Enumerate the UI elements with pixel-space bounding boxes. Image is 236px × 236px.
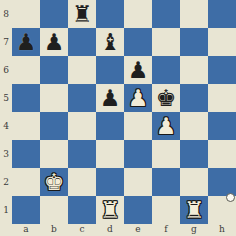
square-b4[interactable] — [40, 112, 68, 140]
square-g7[interactable] — [180, 28, 208, 56]
square-a2[interactable] — [12, 168, 40, 196]
square-b5[interactable] — [40, 84, 68, 112]
square-e2[interactable] — [124, 168, 152, 196]
square-e8[interactable] — [124, 0, 152, 28]
square-h2[interactable] — [208, 168, 236, 196]
square-e5[interactable]: ♟ — [124, 84, 152, 112]
square-g8[interactable] — [180, 0, 208, 28]
file-label-d: d — [96, 224, 124, 236]
white-king[interactable]: ♚ — [44, 169, 65, 195]
square-a1[interactable] — [12, 196, 40, 224]
square-d7[interactable]: ♝ — [96, 28, 124, 56]
file-label-g: g — [180, 224, 208, 236]
square-d8[interactable] — [96, 0, 124, 28]
square-b8[interactable] — [40, 0, 68, 28]
rank-label-6: 6 — [0, 56, 12, 84]
square-h3[interactable] — [208, 140, 236, 168]
square-a5[interactable] — [12, 84, 40, 112]
file-label-f: f — [152, 224, 180, 236]
rank-label-3: 3 — [0, 140, 12, 168]
square-c1[interactable] — [68, 196, 96, 224]
black-pawn[interactable]: ♟ — [128, 57, 149, 83]
square-f7[interactable] — [152, 28, 180, 56]
square-h5[interactable] — [208, 84, 236, 112]
square-a8[interactable] — [12, 0, 40, 28]
file-label-a: a — [12, 224, 40, 236]
square-f2[interactable] — [152, 168, 180, 196]
square-e7[interactable] — [124, 28, 152, 56]
square-d1[interactable]: ♜ — [96, 196, 124, 224]
square-f3[interactable] — [152, 140, 180, 168]
square-g2[interactable] — [180, 168, 208, 196]
square-f4[interactable]: ♟ — [152, 112, 180, 140]
black-bishop[interactable]: ♝ — [100, 29, 121, 55]
square-c8[interactable]: ♜ — [68, 0, 96, 28]
rank-label-5: 5 — [0, 84, 12, 112]
black-king[interactable]: ♚ — [156, 85, 177, 111]
square-c4[interactable] — [68, 112, 96, 140]
square-g6[interactable] — [180, 56, 208, 84]
square-e4[interactable] — [124, 112, 152, 140]
square-f8[interactable] — [152, 0, 180, 28]
square-f1[interactable] — [152, 196, 180, 224]
square-e6[interactable]: ♟ — [124, 56, 152, 84]
rank-label-2: 2 — [0, 168, 12, 196]
chess-board: 8♜7♟♟♝6♟5♟♟♚4♟32♚1♜♜abcdefgh — [0, 0, 236, 236]
square-h8[interactable] — [208, 0, 236, 28]
square-e3[interactable] — [124, 140, 152, 168]
rank-label-7: 7 — [0, 28, 12, 56]
square-a6[interactable] — [12, 56, 40, 84]
square-f6[interactable] — [152, 56, 180, 84]
file-label-c: c — [68, 224, 96, 236]
square-h6[interactable] — [208, 56, 236, 84]
white-pawn[interactable]: ♟ — [128, 85, 149, 111]
rank-label-1: 1 — [0, 196, 12, 224]
square-d4[interactable] — [96, 112, 124, 140]
file-label-b: b — [40, 224, 68, 236]
square-h7[interactable] — [208, 28, 236, 56]
black-pawn[interactable]: ♟ — [44, 29, 65, 55]
square-d2[interactable] — [96, 168, 124, 196]
square-b6[interactable] — [40, 56, 68, 84]
square-b3[interactable] — [40, 140, 68, 168]
side-to-move-indicator — [226, 193, 235, 202]
file-label-e: e — [124, 224, 152, 236]
black-pawn[interactable]: ♟ — [16, 29, 37, 55]
rank-label-8: 8 — [0, 0, 12, 28]
square-h4[interactable] — [208, 112, 236, 140]
white-pawn[interactable]: ♟ — [156, 113, 177, 139]
square-c7[interactable] — [68, 28, 96, 56]
square-b2[interactable]: ♚ — [40, 168, 68, 196]
black-pawn[interactable]: ♟ — [100, 85, 121, 111]
square-a7[interactable]: ♟ — [12, 28, 40, 56]
square-c6[interactable] — [68, 56, 96, 84]
square-c2[interactable] — [68, 168, 96, 196]
white-rook[interactable]: ♜ — [184, 197, 205, 223]
square-g3[interactable] — [180, 140, 208, 168]
square-b1[interactable] — [40, 196, 68, 224]
square-g5[interactable] — [180, 84, 208, 112]
square-d5[interactable]: ♟ — [96, 84, 124, 112]
file-label-h: h — [208, 224, 236, 236]
rank-label-4: 4 — [0, 112, 12, 140]
square-b7[interactable]: ♟ — [40, 28, 68, 56]
square-c3[interactable] — [68, 140, 96, 168]
chess-position-diagram: 8♜7♟♟♝6♟5♟♟♚4♟32♚1♜♜abcdefgh — [0, 0, 236, 236]
square-e1[interactable] — [124, 196, 152, 224]
square-c5[interactable] — [68, 84, 96, 112]
square-g1[interactable]: ♜ — [180, 196, 208, 224]
square-a3[interactable] — [12, 140, 40, 168]
square-a4[interactable] — [12, 112, 40, 140]
square-d6[interactable] — [96, 56, 124, 84]
white-rook[interactable]: ♜ — [100, 197, 121, 223]
square-d3[interactable] — [96, 140, 124, 168]
black-rook[interactable]: ♜ — [72, 1, 93, 27]
square-g4[interactable] — [180, 112, 208, 140]
square-f5[interactable]: ♚ — [152, 84, 180, 112]
